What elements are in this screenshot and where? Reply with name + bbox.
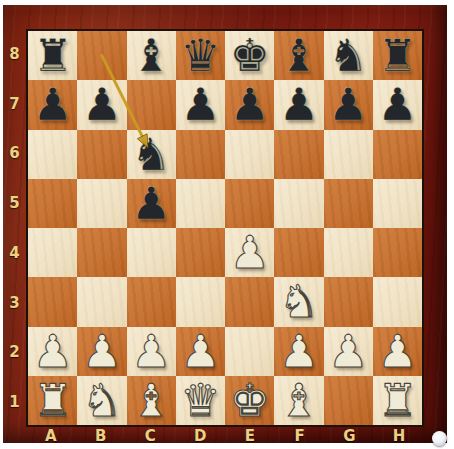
chess-board-screenshot: 87654321 ABCDEFGH ♜♝♛♚♝♞♜♟♟♟♟♟♟♟♞♟♟♞♟♟♟♟… — [0, 0, 454, 449]
piece-black-knight[interactable]: ♞ — [131, 130, 171, 179]
square-b8[interactable] — [77, 31, 126, 80]
piece-white-bishop[interactable]: ♝ — [131, 376, 171, 425]
piece-black-knight[interactable]: ♞ — [328, 31, 368, 80]
square-h5[interactable] — [373, 179, 422, 228]
rank-labels: 87654321 — [3, 29, 26, 427]
square-h4[interactable] — [373, 228, 422, 277]
file-labels: ABCDEFGH — [26, 428, 424, 443]
file-label-h: H — [374, 428, 424, 443]
square-c2[interactable]: ♟ — [127, 327, 176, 376]
piece-white-pawn[interactable]: ♟ — [131, 327, 171, 376]
file-label-a: A — [26, 428, 76, 443]
square-h3[interactable] — [373, 277, 422, 326]
square-c8[interactable]: ♝ — [127, 31, 176, 80]
square-g5[interactable] — [324, 179, 373, 228]
square-b1[interactable]: ♞ — [77, 376, 126, 425]
piece-black-king[interactable]: ♚ — [229, 31, 269, 80]
piece-black-pawn[interactable]: ♟ — [279, 80, 319, 129]
square-d5[interactable] — [176, 179, 225, 228]
piece-white-king[interactable]: ♚ — [229, 376, 269, 425]
square-g7[interactable]: ♟ — [324, 80, 373, 129]
rank-label-8: 8 — [3, 29, 26, 79]
piece-black-pawn[interactable]: ♟ — [32, 80, 72, 129]
piece-black-pawn[interactable]: ♟ — [131, 179, 171, 228]
piece-white-pawn[interactable]: ♟ — [377, 327, 417, 376]
piece-white-rook[interactable]: ♜ — [377, 376, 417, 425]
piece-black-rook[interactable]: ♜ — [377, 31, 417, 80]
square-b4[interactable] — [77, 228, 126, 277]
square-c4[interactable] — [127, 228, 176, 277]
file-label-c: C — [126, 428, 176, 443]
piece-black-pawn[interactable]: ♟ — [377, 80, 417, 129]
square-f4[interactable] — [274, 228, 323, 277]
square-a6[interactable] — [28, 130, 77, 179]
file-label-e: E — [225, 428, 275, 443]
square-g4[interactable] — [324, 228, 373, 277]
piece-white-knight[interactable]: ♞ — [279, 277, 319, 326]
square-d4[interactable] — [176, 228, 225, 277]
square-b5[interactable] — [77, 179, 126, 228]
square-c6[interactable]: ♞ — [127, 130, 176, 179]
square-e8[interactable]: ♚ — [225, 31, 274, 80]
square-c5[interactable]: ♟ — [127, 179, 176, 228]
square-a1[interactable]: ♜ — [28, 376, 77, 425]
square-c1[interactable]: ♝ — [127, 376, 176, 425]
file-label-d: D — [175, 428, 225, 443]
board-frame: 87654321 ABCDEFGH ♜♝♛♚♝♞♜♟♟♟♟♟♟♟♞♟♟♞♟♟♟♟… — [3, 5, 447, 443]
rank-label-3: 3 — [3, 278, 26, 328]
rank-label-5: 5 — [3, 178, 26, 228]
square-c7[interactable] — [127, 80, 176, 129]
file-label-b: B — [76, 428, 126, 443]
square-e7[interactable]: ♟ — [225, 80, 274, 129]
piece-black-pawn[interactable]: ♟ — [328, 80, 368, 129]
square-d1[interactable]: ♛ — [176, 376, 225, 425]
piece-black-queen[interactable]: ♛ — [180, 31, 220, 80]
piece-white-queen[interactable]: ♛ — [180, 376, 220, 425]
square-f7[interactable]: ♟ — [274, 80, 323, 129]
square-c3[interactable] — [127, 277, 176, 326]
square-d2[interactable]: ♟ — [176, 327, 225, 376]
square-a3[interactable] — [28, 277, 77, 326]
piece-black-rook[interactable]: ♜ — [32, 31, 72, 80]
square-f1[interactable]: ♝ — [274, 376, 323, 425]
file-label-f: F — [275, 428, 325, 443]
piece-white-pawn[interactable]: ♟ — [229, 228, 269, 277]
square-g6[interactable] — [324, 130, 373, 179]
square-e2[interactable] — [225, 327, 274, 376]
square-g2[interactable]: ♟ — [324, 327, 373, 376]
white-to-move-indicator — [432, 431, 447, 446]
piece-black-bishop[interactable]: ♝ — [131, 31, 171, 80]
piece-white-pawn[interactable]: ♟ — [32, 327, 72, 376]
piece-white-pawn[interactable]: ♟ — [328, 327, 368, 376]
square-b6[interactable] — [77, 130, 126, 179]
square-f6[interactable] — [274, 130, 323, 179]
square-d8[interactable]: ♛ — [176, 31, 225, 80]
piece-black-bishop[interactable]: ♝ — [279, 31, 319, 80]
square-g1[interactable] — [324, 376, 373, 425]
rank-label-6: 6 — [3, 129, 26, 179]
square-h6[interactable] — [373, 130, 422, 179]
piece-white-bishop[interactable]: ♝ — [279, 376, 319, 425]
square-a8[interactable]: ♜ — [28, 31, 77, 80]
square-e5[interactable] — [225, 179, 274, 228]
square-h2[interactable]: ♟ — [373, 327, 422, 376]
square-f5[interactable] — [274, 179, 323, 228]
square-e4[interactable]: ♟ — [225, 228, 274, 277]
piece-black-pawn[interactable]: ♟ — [180, 80, 220, 129]
square-d3[interactable] — [176, 277, 225, 326]
square-b7[interactable]: ♟ — [77, 80, 126, 129]
square-e3[interactable] — [225, 277, 274, 326]
piece-white-knight[interactable]: ♞ — [82, 376, 122, 425]
square-a2[interactable]: ♟ — [28, 327, 77, 376]
piece-white-pawn[interactable]: ♟ — [82, 327, 122, 376]
square-f3[interactable]: ♞ — [274, 277, 323, 326]
rank-label-4: 4 — [3, 228, 26, 278]
rank-label-7: 7 — [3, 79, 26, 129]
square-a4[interactable] — [28, 228, 77, 277]
piece-white-pawn[interactable]: ♟ — [180, 327, 220, 376]
piece-black-pawn[interactable]: ♟ — [229, 80, 269, 129]
square-g3[interactable] — [324, 277, 373, 326]
file-label-g: G — [325, 428, 375, 443]
chess-board: ♜♝♛♚♝♞♜♟♟♟♟♟♟♟♞♟♟♞♟♟♟♟♟♟♟♜♞♝♛♚♝♜ — [26, 29, 424, 427]
rank-label-2: 2 — [3, 328, 26, 378]
square-h1[interactable]: ♜ — [373, 376, 422, 425]
square-h8[interactable]: ♜ — [373, 31, 422, 80]
square-h7[interactable]: ♟ — [373, 80, 422, 129]
square-d6[interactable] — [176, 130, 225, 179]
square-f8[interactable]: ♝ — [274, 31, 323, 80]
square-e1[interactable]: ♚ — [225, 376, 274, 425]
piece-white-pawn[interactable]: ♟ — [279, 327, 319, 376]
square-d7[interactable]: ♟ — [176, 80, 225, 129]
square-b2[interactable]: ♟ — [77, 327, 126, 376]
square-e6[interactable] — [225, 130, 274, 179]
square-a5[interactable] — [28, 179, 77, 228]
piece-black-pawn[interactable]: ♟ — [82, 80, 122, 129]
rank-label-1: 1 — [3, 377, 26, 427]
piece-white-rook[interactable]: ♜ — [32, 376, 72, 425]
square-a7[interactable]: ♟ — [28, 80, 77, 129]
square-g8[interactable]: ♞ — [324, 31, 373, 80]
square-f2[interactable]: ♟ — [274, 327, 323, 376]
square-b3[interactable] — [77, 277, 126, 326]
